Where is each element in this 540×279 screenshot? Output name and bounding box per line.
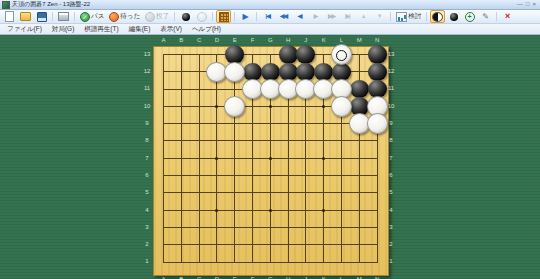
white-stone-E10 — [224, 96, 245, 117]
toolbar-separator — [234, 12, 235, 21]
white-stone-N9 — [367, 113, 388, 134]
white-stone-icon — [197, 12, 207, 22]
menu-item-3[interactable]: 編集(E) — [124, 24, 156, 34]
toolbar-separator — [74, 12, 75, 21]
star-point — [269, 209, 272, 212]
row-label: 12 — [140, 63, 154, 80]
pencil-icon: ✎ — [482, 12, 489, 21]
column-label: A — [155, 36, 173, 44]
row-label: 8 — [140, 132, 154, 149]
resign-label: 投了 — [156, 12, 169, 21]
nav-last-button: ▶| — [340, 10, 355, 23]
column-label: F — [244, 275, 262, 279]
menu-item-4[interactable]: 表示(V) — [155, 24, 187, 34]
open-file-button[interactable] — [18, 10, 33, 23]
row-label: 6 — [384, 167, 398, 184]
page-icon — [5, 11, 14, 22]
column-label: K — [315, 36, 333, 44]
resign-circle-icon — [145, 12, 155, 22]
white-stone-mode-button — [194, 10, 209, 23]
undo-circle-icon — [109, 12, 119, 22]
minimize-button[interactable]: — — [517, 1, 523, 8]
row-label: 5 — [140, 184, 154, 201]
branch-down-button: ▼ — [372, 10, 387, 23]
analysis-label: 検討 — [408, 12, 421, 21]
row-label: 11 — [140, 80, 154, 97]
floppy-icon — [37, 12, 47, 22]
zoom-board-button[interactable]: + — [462, 10, 477, 23]
black-stone-icon — [182, 13, 190, 21]
white-stone-L13 — [331, 44, 352, 65]
play-button[interactable]: ▶ — [238, 10, 253, 23]
toolbar-separator — [496, 12, 497, 21]
column-label: H — [279, 36, 297, 44]
column-label: M — [350, 275, 368, 279]
row-label: 8 — [384, 132, 398, 149]
column-label: L — [333, 275, 351, 279]
star-point — [269, 157, 272, 160]
print-button[interactable] — [56, 10, 71, 23]
nav-forward10-button: ▶▶ — [324, 10, 339, 23]
white-stone-L10 — [331, 96, 352, 117]
black-stone-N13 — [368, 45, 387, 64]
column-labels-top: ABCDEFGHJKLMN — [155, 36, 386, 44]
toolbar-separator — [52, 12, 53, 21]
black-stone-icon — [450, 13, 458, 21]
column-label: D — [208, 275, 226, 279]
menu-bar: ファイル(F)対局(G)棋譜再生(T)編集(E)表示(V)ヘルプ(H) — [0, 24, 540, 35]
nav-back10-button[interactable]: ◀◀ — [276, 10, 291, 23]
row-label: 3 — [384, 219, 398, 236]
black-stone-E13 — [225, 45, 244, 64]
row-label: 10 — [140, 98, 154, 115]
column-label: M — [350, 36, 368, 44]
toolbar-separator — [212, 12, 213, 21]
resign-button: 投了 — [143, 10, 171, 23]
chart-icon — [396, 12, 407, 22]
nav-icon: |◀ — [265, 12, 269, 21]
maximize-button[interactable]: □ — [526, 1, 530, 8]
undo-label: 待った — [120, 12, 140, 21]
arrow-down-icon: ▼ — [377, 12, 383, 21]
nav-first-button[interactable]: |◀ — [260, 10, 275, 23]
white-stone-E12 — [224, 62, 245, 83]
game-area: ABCDEFGHJKLMN ABCDEFGHJKLMN 131211109876… — [0, 35, 540, 279]
column-label: F — [244, 36, 262, 44]
column-label: C — [190, 275, 208, 279]
row-label: 6 — [140, 167, 154, 184]
column-label: L — [333, 36, 351, 44]
column-label: G — [261, 275, 279, 279]
black-stone-N12 — [368, 63, 387, 82]
column-label: A — [155, 275, 173, 279]
new-file-button[interactable] — [2, 10, 17, 23]
close-board-button[interactable]: × — [500, 10, 515, 23]
window-title: 天頂の囲碁7 Zen - 13路盤-22 — [12, 0, 517, 9]
close-x-icon: × — [505, 12, 510, 21]
row-label: 5 — [384, 184, 398, 201]
column-label: D — [208, 36, 226, 44]
black-stone-M11 — [350, 80, 369, 99]
row-label: 2 — [140, 236, 154, 253]
territory-view-button[interactable] — [446, 10, 461, 23]
column-label: B — [172, 275, 190, 279]
row-label: 13 — [140, 46, 154, 63]
edit-mode-button[interactable]: ✎ — [478, 10, 493, 23]
stone-display-button[interactable] — [430, 10, 445, 23]
menu-item-1[interactable]: 対局(G) — [47, 24, 79, 34]
row-label: 4 — [140, 202, 154, 219]
magnifier-icon: + — [465, 12, 475, 22]
row-label: 2 — [384, 236, 398, 253]
last-move-marker — [336, 50, 347, 61]
column-label: G — [261, 36, 279, 44]
row-labels-right: 13121110987654321 — [384, 46, 398, 271]
close-button[interactable]: × — [532, 1, 536, 8]
row-label: 1 — [384, 253, 398, 270]
nav-icon: ◀ — [298, 12, 302, 21]
column-label: C — [190, 36, 208, 44]
app-window: 天頂の囲碁7 Zen - 13路盤-22 — □ × ✓パス待った投了▶|◀◀◀… — [0, 0, 540, 279]
toolbar-separator — [426, 12, 427, 21]
play-icon: ▶ — [243, 12, 249, 21]
nav-icon: ▶▶ — [328, 12, 335, 21]
row-label: 3 — [140, 219, 154, 236]
board-icon — [219, 12, 229, 22]
column-label: N — [368, 275, 386, 279]
analysis-button[interactable]: 検討 — [394, 10, 423, 23]
toolbar: ✓パス待った投了▶|◀◀◀◀▶▶▶▶|▲▼検討+✎× — [0, 10, 540, 24]
branch-up-button: ▲ — [356, 10, 371, 23]
title-bar: 天頂の囲碁7 Zen - 13路盤-22 — □ × — [0, 0, 540, 10]
app-icon — [2, 1, 10, 9]
menu-item-2[interactable]: 棋譜再生(T) — [79, 24, 123, 34]
star-point — [269, 105, 272, 108]
star-point — [322, 209, 325, 212]
column-label: E — [226, 36, 244, 44]
toolbar-separator — [256, 12, 257, 21]
column-label: J — [297, 275, 315, 279]
star-point — [322, 157, 325, 160]
nav-icon: ◀◀ — [280, 12, 287, 21]
save-file-button[interactable] — [34, 10, 49, 23]
row-label: 9 — [140, 115, 154, 132]
pass-circle-icon: ✓ — [80, 12, 90, 22]
undo-button[interactable]: 待った — [107, 10, 142, 23]
row-labels-left: 13121110987654321 — [140, 46, 154, 271]
black-stone-mode-button[interactable] — [178, 10, 193, 23]
half-stones-icon — [432, 12, 443, 22]
column-label: K — [315, 275, 333, 279]
board-mode-button[interactable] — [216, 10, 231, 23]
column-label: B — [172, 36, 190, 44]
column-label: E — [226, 275, 244, 279]
toolbar-separator — [390, 12, 391, 21]
pass-button[interactable]: ✓パス — [78, 10, 106, 23]
nav-icon: ▶ — [314, 12, 318, 21]
black-stone-H13 — [279, 45, 298, 64]
row-label: 1 — [140, 253, 154, 270]
row-label: 7 — [384, 150, 398, 167]
column-labels-bottom: ABCDEFGHJKLMN — [155, 275, 386, 279]
pass-label: パス — [91, 12, 104, 21]
row-label: 7 — [140, 150, 154, 167]
row-label: 4 — [384, 202, 398, 219]
folder-icon — [20, 12, 31, 21]
printer-icon — [58, 12, 69, 21]
nav-icon: ▶| — [345, 12, 349, 21]
toolbar-separator — [174, 12, 175, 21]
nav-back-button[interactable]: ◀ — [292, 10, 307, 23]
arrow-up-icon: ▲ — [361, 12, 367, 21]
column-label: H — [279, 275, 297, 279]
menu-item-5[interactable]: ヘルプ(H) — [187, 24, 226, 34]
column-label: N — [368, 36, 386, 44]
menu-item-0[interactable]: ファイル(F) — [2, 24, 47, 34]
nav-forward-button: ▶ — [308, 10, 323, 23]
column-label: J — [297, 36, 315, 44]
black-stone-J13 — [296, 45, 315, 64]
